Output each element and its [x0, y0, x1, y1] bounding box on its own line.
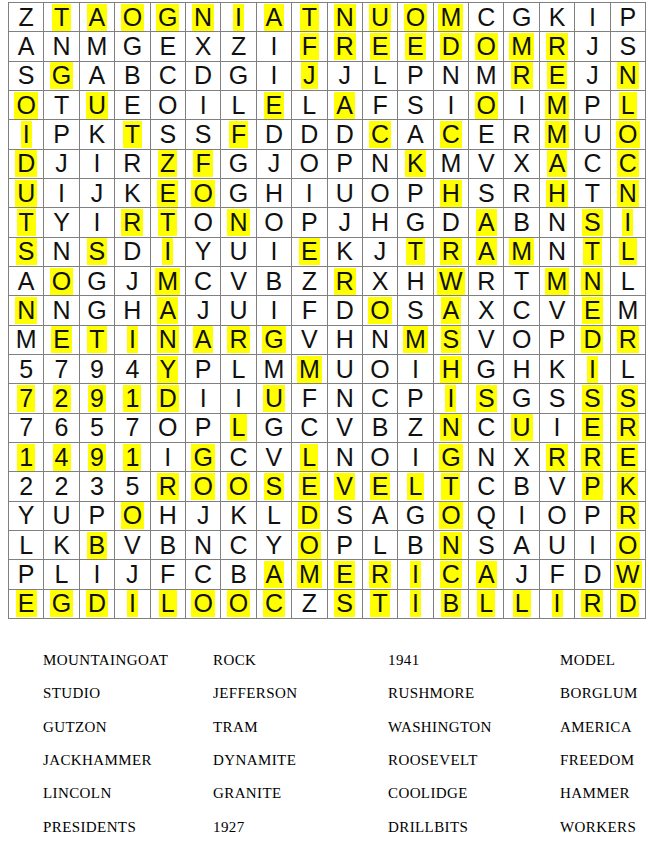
highlighted-letter: R: [617, 326, 639, 353]
grid-cell: N: [434, 62, 469, 91]
letter: G: [404, 209, 427, 236]
letter: D: [334, 121, 356, 148]
grid-cell: S: [328, 590, 363, 619]
grid-cell: H: [115, 296, 150, 325]
letter: P: [87, 502, 108, 529]
letter: D: [121, 238, 143, 265]
letter: L: [53, 561, 71, 588]
grid-cell: T: [363, 590, 398, 619]
grid-cell: N: [540, 238, 575, 267]
letter: 9: [88, 356, 106, 383]
grid-cell: U: [575, 120, 610, 149]
highlighted-letter: E: [547, 62, 568, 89]
highlighted-letter: D: [86, 590, 108, 617]
word-list-item: 1927: [213, 810, 388, 843]
word-search-grid: ZTAOGNIATNUOMCGKIPANMGEXZIFREEDOMRJSSGAB…: [8, 2, 646, 619]
letter: U: [546, 532, 568, 559]
grid-cell: L: [363, 531, 398, 560]
grid-cell: D: [611, 590, 646, 619]
letter: P: [51, 121, 72, 148]
grid-cell: I: [434, 91, 469, 120]
highlighted-letter: D: [440, 33, 462, 60]
highlighted-letter: 4: [53, 444, 71, 471]
highlighted-letter: O: [616, 121, 639, 148]
grid-cell: Y: [151, 355, 186, 384]
grid-cell: E: [469, 120, 504, 149]
letter: L: [371, 62, 389, 89]
letter: K: [87, 121, 108, 148]
letter: N: [369, 150, 391, 177]
grid-cell: R: [504, 179, 539, 208]
letter: D: [263, 121, 285, 148]
grid-cell: P: [328, 150, 363, 179]
letter: L: [300, 92, 318, 119]
letter: I: [410, 444, 421, 471]
highlighted-letter: R: [334, 268, 356, 295]
letter: I: [198, 385, 209, 412]
letter: D: [440, 209, 462, 236]
grid-cell: E: [611, 443, 646, 472]
letter: I: [587, 532, 598, 559]
highlighted-letter: F: [193, 150, 212, 177]
highlighted-letter: T: [441, 473, 460, 500]
grid-cell: M: [151, 267, 186, 296]
letter: B: [122, 62, 143, 89]
grid-cell: C: [363, 120, 398, 149]
grid-cell: R: [328, 267, 363, 296]
grid-cell: 7: [44, 355, 79, 384]
highlighted-letter: L: [159, 590, 177, 617]
grid-cell: I: [80, 208, 115, 237]
grid-cell: I: [80, 560, 115, 589]
highlighted-letter: 9: [88, 385, 106, 412]
grid-cell: 7: [9, 414, 44, 443]
grid-cell: I: [44, 179, 79, 208]
grid-cell: 9: [80, 384, 115, 413]
letter: M: [474, 62, 499, 89]
letter: L: [230, 92, 248, 119]
highlighted-letter: U: [369, 4, 391, 31]
grid-cell: M: [434, 3, 469, 32]
grid-cell: T: [434, 472, 469, 501]
highlighted-letter: R: [440, 238, 462, 265]
grid-cell: T: [151, 208, 186, 237]
letter: J: [336, 62, 353, 89]
grid-cell: O: [115, 502, 150, 531]
highlighted-letter: H: [546, 180, 568, 207]
highlighted-letter: G: [50, 590, 73, 617]
grid-cell: L: [292, 443, 327, 472]
highlighted-letter: I: [552, 590, 563, 617]
grid-cell: O: [186, 179, 221, 208]
highlighted-letter: 1: [123, 444, 141, 471]
letter: I: [445, 92, 456, 119]
grid-cell: E: [540, 62, 575, 91]
letter: I: [233, 385, 244, 412]
highlighted-letter: E: [582, 297, 603, 324]
highlighted-letter: O: [475, 33, 498, 60]
grid-cell: U: [504, 414, 539, 443]
highlighted-letter: O: [191, 473, 214, 500]
letter: T: [512, 268, 531, 295]
grid-cell: O: [469, 91, 504, 120]
highlighted-letter: R: [511, 62, 533, 89]
letter: A: [87, 62, 108, 89]
letter: N: [51, 33, 73, 60]
letter: O: [545, 502, 568, 529]
grid-cell: R: [611, 502, 646, 531]
letter: I: [268, 62, 279, 89]
grid-cell: R: [221, 326, 256, 355]
grid-cell: Z: [292, 267, 327, 296]
grid-cell: F: [292, 32, 327, 61]
grid-cell: H: [398, 267, 433, 296]
highlighted-letter: L: [300, 444, 318, 471]
grid-cell: I: [504, 502, 539, 531]
letter: C: [157, 62, 179, 89]
grid-cell: K: [540, 3, 575, 32]
grid-cell: S: [398, 296, 433, 325]
highlighted-letter: O: [227, 473, 250, 500]
grid-cell: J: [186, 502, 221, 531]
letter: J: [372, 238, 389, 265]
grid-cell: U: [363, 3, 398, 32]
letter: L: [371, 532, 389, 559]
grid-cell: C: [469, 472, 504, 501]
letter: H: [157, 502, 179, 529]
letter: O: [368, 356, 391, 383]
highlighted-letter: O: [439, 502, 462, 529]
grid-cell: O: [186, 472, 221, 501]
highlighted-letter: E: [617, 444, 638, 471]
grid-cell: E: [9, 590, 44, 619]
letter: O: [156, 414, 179, 441]
letter: C: [475, 4, 497, 31]
grid-cell: A: [469, 208, 504, 237]
highlighted-letter: M: [297, 356, 322, 383]
letter: C: [192, 268, 214, 295]
grid-cell: L: [9, 531, 44, 560]
highlighted-letter: M: [155, 268, 180, 295]
letter: C: [511, 297, 533, 324]
grid-cell: P: [186, 414, 221, 443]
letter: K: [228, 502, 249, 529]
letter: I: [516, 502, 527, 529]
highlighted-letter: E: [299, 238, 320, 265]
grid-cell: I: [575, 531, 610, 560]
highlighted-letter: 9: [88, 444, 106, 471]
highlighted-letter: 1: [123, 385, 141, 412]
word-list-item: WASHINGTON: [388, 711, 560, 744]
grid-cell: A: [9, 32, 44, 61]
letter: N: [546, 238, 568, 265]
grid-cell: M: [540, 91, 575, 120]
grid-cell: O: [186, 590, 221, 619]
letter: P: [334, 532, 355, 559]
grid-cell: E: [363, 472, 398, 501]
letter: R: [511, 180, 533, 207]
word-list-item: DRILLBITS: [388, 810, 560, 843]
grid-cell: 1: [115, 443, 150, 472]
grid-cell: 4: [44, 443, 79, 472]
grid-cell: M: [540, 267, 575, 296]
highlighted-letter: E: [405, 33, 426, 60]
grid-cell: J: [328, 208, 363, 237]
grid-cell: B: [434, 590, 469, 619]
highlighted-letter: S: [476, 385, 497, 412]
grid-cell: P: [398, 384, 433, 413]
letter: X: [193, 33, 214, 60]
letter: D: [298, 121, 320, 148]
highlighted-letter: A: [476, 561, 497, 588]
letter: U: [334, 180, 356, 207]
highlighted-letter: S: [582, 209, 603, 236]
highlighted-letter: F: [229, 121, 248, 148]
letter: Q: [475, 502, 498, 529]
grid-cell: 9: [80, 443, 115, 472]
highlighted-letter: O: [50, 268, 73, 295]
letter: L: [619, 268, 637, 295]
highlighted-letter: O: [191, 180, 214, 207]
letter: O: [156, 92, 179, 119]
letter: O: [262, 209, 285, 236]
highlighted-letter: I: [445, 385, 456, 412]
grid-cell: L: [611, 267, 646, 296]
grid-cell: 9: [80, 355, 115, 384]
highlighted-letter: T: [158, 209, 177, 236]
highlighted-letter: J: [301, 62, 318, 89]
highlighted-letter: R: [617, 414, 639, 441]
grid-cell: 6: [44, 414, 79, 443]
grid-cell: N: [434, 414, 469, 443]
grid-cell: O: [115, 3, 150, 32]
letter: S: [476, 180, 497, 207]
grid-cell: A: [186, 326, 221, 355]
highlighted-letter: E: [16, 590, 37, 617]
grid-cell: L: [257, 502, 292, 531]
grid-cell: X: [504, 150, 539, 179]
letter: J: [513, 561, 530, 588]
grid-cell: B: [115, 62, 150, 91]
highlighted-letter: R: [617, 502, 639, 529]
grid-cell: R: [575, 443, 610, 472]
letter: C: [475, 473, 497, 500]
grid-cell: S: [434, 326, 469, 355]
letter: P: [582, 92, 603, 119]
grid-cell: S: [469, 179, 504, 208]
grid-cell: G: [80, 296, 115, 325]
letter: G: [121, 33, 144, 60]
letter: 7: [123, 414, 141, 441]
word-list-item: LINCOLN: [43, 777, 213, 810]
grid-cell: J: [115, 560, 150, 589]
letter: 5: [88, 414, 106, 441]
grid-cell: R: [540, 32, 575, 61]
grid-cell: S: [9, 238, 44, 267]
letter: C: [369, 385, 391, 412]
grid-cell: M: [9, 326, 44, 355]
grid-cell: O: [611, 120, 646, 149]
grid-cell: O: [151, 414, 186, 443]
letter: B: [157, 532, 178, 559]
highlighted-letter: L: [619, 238, 637, 265]
grid-cell: G: [398, 502, 433, 531]
letter: B: [264, 268, 285, 295]
grid-cell: D: [434, 32, 469, 61]
grid-cell: V: [469, 150, 504, 179]
letter: L: [265, 502, 283, 529]
grid-cell: L: [151, 590, 186, 619]
letter: F: [547, 561, 566, 588]
letter: I: [91, 150, 102, 177]
grid-cell: J: [186, 296, 221, 325]
grid-cell: L: [221, 355, 256, 384]
letter: Z: [300, 590, 319, 617]
letter: V: [299, 326, 320, 353]
grid-cell: O: [363, 296, 398, 325]
grid-cell: C: [469, 414, 504, 443]
grid-cell: X: [363, 267, 398, 296]
grid-cell: C: [151, 62, 186, 91]
highlighted-letter: B: [441, 590, 462, 617]
highlighted-letter: U: [511, 414, 533, 441]
letter: O: [510, 326, 533, 353]
letter: P: [334, 150, 355, 177]
letter: D: [192, 62, 214, 89]
grid-cell: R: [504, 62, 539, 91]
letter: M: [615, 297, 640, 324]
letter: G: [85, 268, 108, 295]
highlighted-letter: T: [123, 121, 142, 148]
highlighted-letter: O: [368, 297, 391, 324]
grid-cell: O: [611, 531, 646, 560]
word-list-item: FREEDOM: [560, 744, 650, 777]
grid-cell: M: [504, 32, 539, 61]
grid-cell: E: [115, 91, 150, 120]
highlighted-letter: L: [407, 473, 425, 500]
letter: G: [475, 356, 498, 383]
grid-cell: I: [151, 443, 186, 472]
highlighted-letter: I: [162, 238, 173, 265]
highlighted-letter: 7: [17, 385, 35, 412]
grid-cell: G: [151, 3, 186, 32]
grid-cell: C: [221, 531, 256, 560]
letter: V: [547, 297, 568, 324]
grid-cell: C: [221, 443, 256, 472]
word-list: MOUNTAINGOATROCK1941MODELSTUDIOJEFFERSON…: [0, 644, 650, 844]
grid-cell: C: [292, 414, 327, 443]
grid-cell: N: [44, 296, 79, 325]
highlighted-letter: B: [87, 532, 108, 559]
grid-cell: A: [328, 91, 363, 120]
letter: 2: [17, 473, 35, 500]
highlighted-letter: L: [513, 590, 531, 617]
highlighted-letter: N: [617, 62, 639, 89]
letter: L: [230, 356, 248, 383]
grid-cell: G: [434, 443, 469, 472]
highlighted-letter: O: [121, 502, 144, 529]
grid-cell: N: [221, 208, 256, 237]
highlighted-letter: O: [404, 4, 427, 31]
grid-cell: Q: [469, 502, 504, 531]
letter: H: [404, 268, 426, 295]
grid-cell: G: [469, 355, 504, 384]
highlighted-letter: C: [369, 121, 391, 148]
grid-cell: D: [328, 120, 363, 149]
letter: C: [298, 414, 320, 441]
grid-cell: L: [504, 590, 539, 619]
grid-cell: O: [151, 91, 186, 120]
grid-cell: I: [540, 590, 575, 619]
highlighted-letter: D: [617, 590, 639, 617]
highlighted-letter: L: [230, 414, 248, 441]
grid-cell: A: [363, 502, 398, 531]
letter: J: [89, 180, 106, 207]
letter: G: [404, 502, 427, 529]
highlighted-letter: G: [50, 62, 73, 89]
grid-cell: A: [540, 150, 575, 179]
letter: S: [16, 62, 37, 89]
grid-cell: S: [575, 208, 610, 237]
grid-cell: P: [44, 120, 79, 149]
grid-cell: Y: [44, 208, 79, 237]
grid-cell: Y: [9, 502, 44, 531]
letter: U: [227, 238, 249, 265]
highlighted-letter: 1: [17, 444, 35, 471]
grid-cell: M: [398, 326, 433, 355]
letter: P: [16, 561, 37, 588]
grid-cell: F: [292, 384, 327, 413]
grid-cell: I: [9, 120, 44, 149]
grid-cell: T: [398, 238, 433, 267]
letter: Z: [300, 268, 319, 295]
highlighted-letter: S: [87, 238, 108, 265]
word-list-item: ROOSEVELT: [388, 744, 560, 777]
letter: A: [16, 268, 37, 295]
grid-cell: 7: [115, 414, 150, 443]
grid-cell: T: [575, 179, 610, 208]
word-list-item: 1941: [388, 644, 560, 677]
highlighted-letter: I: [587, 356, 598, 383]
highlighted-letter: D: [581, 326, 603, 353]
letter: G: [510, 4, 533, 31]
grid-cell: R: [611, 326, 646, 355]
highlighted-letter: R: [369, 561, 391, 588]
grid-cell: E: [151, 32, 186, 61]
word-list-item: COOLIDGE: [388, 777, 560, 810]
grid-cell: E: [292, 238, 327, 267]
highlighted-letter: P: [582, 473, 603, 500]
highlighted-letter: C: [440, 561, 462, 588]
grid-cell: E: [328, 560, 363, 589]
grid-cell: 2: [44, 384, 79, 413]
letter: G: [227, 150, 250, 177]
letter: I: [304, 180, 315, 207]
letter: 7: [53, 356, 71, 383]
grid-cell: B: [257, 267, 292, 296]
grid-cell: T: [9, 208, 44, 237]
grid-cell: X: [469, 296, 504, 325]
grid-cell: J: [257, 150, 292, 179]
grid-cell: M: [257, 355, 292, 384]
grid-cell: I: [257, 62, 292, 91]
grid-cell: H: [504, 355, 539, 384]
grid-cell: V: [221, 267, 256, 296]
grid-cell: N: [611, 179, 646, 208]
highlighted-letter: E: [334, 561, 355, 588]
highlighted-letter: M: [509, 33, 534, 60]
grid-cell: N: [575, 267, 610, 296]
